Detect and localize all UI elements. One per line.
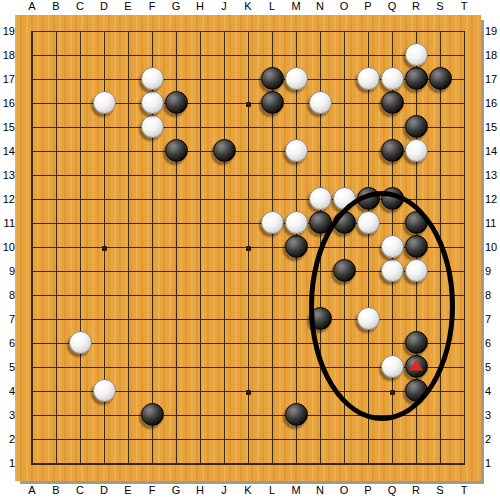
stone-white-R18: [405, 43, 428, 66]
stone-white-P17: [357, 67, 380, 90]
stone-white-L11: [261, 211, 284, 234]
stone-black-L17: [261, 67, 284, 90]
stone-white-N16: [309, 91, 332, 114]
stone-black-L16: [261, 91, 284, 114]
stone-black-Q16: [381, 91, 404, 114]
stone-black-J14: [213, 139, 236, 162]
stone-white-F15: [141, 115, 164, 138]
stone-white-M14: [285, 139, 308, 162]
stone-white-Q17: [381, 67, 404, 90]
stone-white-C6: [69, 331, 92, 354]
stone-white-F17: [141, 67, 164, 90]
stone-black-S17: [429, 67, 452, 90]
stone-black-M3: [285, 403, 308, 426]
stone-black-R17: [405, 67, 428, 90]
stone-black-M10: [285, 235, 308, 258]
stone-white-F16: [141, 91, 164, 114]
stone-black-Q14: [381, 139, 404, 162]
stone-white-M17: [285, 67, 308, 90]
stone-black-F3: [141, 403, 164, 426]
stone-white-D16: [93, 91, 116, 114]
go-board-screenshot: ABCDEFGHJKLMNOPQRST ABCDEFGHJKLMNOPQRST …: [0, 0, 500, 500]
stone-black-R15: [405, 115, 428, 138]
stone-white-R14: [405, 139, 428, 162]
stone-white-M11: [285, 211, 308, 234]
stone-black-G16: [165, 91, 188, 114]
ellipse-annotation: [309, 191, 455, 421]
stone-white-N12: [309, 187, 332, 210]
stone-black-G14: [165, 139, 188, 162]
stone-white-D4: [93, 379, 116, 402]
